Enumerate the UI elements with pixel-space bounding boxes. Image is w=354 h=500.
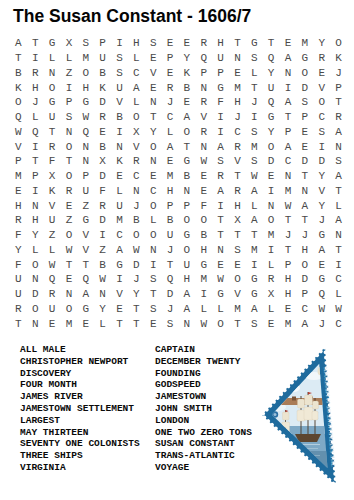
grid-cell[interactable]: N <box>61 287 78 302</box>
grid-cell[interactable]: W <box>280 198 297 213</box>
grid-cell[interactable]: A <box>330 169 347 184</box>
grid-cell[interactable]: Y <box>179 51 196 66</box>
grid-cell[interactable]: T <box>330 184 347 199</box>
grid-cell[interactable]: I <box>111 125 128 140</box>
grid-cell[interactable]: P <box>162 198 179 213</box>
grid-cell[interactable]: N <box>195 80 212 95</box>
grid-cell[interactable]: N <box>179 184 196 199</box>
grid-cell[interactable]: O <box>229 272 246 287</box>
grid-cell[interactable]: Q <box>195 51 212 66</box>
grid-cell[interactable]: S <box>296 95 313 110</box>
grid-cell[interactable]: I <box>212 125 229 140</box>
grid-cell[interactable]: T <box>145 110 162 125</box>
grid-cell[interactable]: S <box>246 125 263 140</box>
grid-cell[interactable]: G <box>195 257 212 272</box>
grid-cell[interactable]: Y <box>94 302 111 317</box>
grid-cell[interactable]: U <box>179 257 196 272</box>
grid-cell[interactable]: A <box>128 80 145 95</box>
grid-cell[interactable]: O <box>44 80 61 95</box>
grid-cell[interactable]: R <box>195 36 212 51</box>
grid-cell[interactable]: R <box>44 139 61 154</box>
grid-cell[interactable]: U <box>77 184 94 199</box>
grid-cell[interactable]: L <box>263 257 280 272</box>
grid-cell[interactable]: O <box>145 228 162 243</box>
grid-cell[interactable]: Y <box>10 243 27 258</box>
grid-cell[interactable]: P <box>296 287 313 302</box>
grid-cell[interactable]: D <box>296 80 313 95</box>
grid-cell[interactable]: O <box>195 213 212 228</box>
grid-cell[interactable]: T <box>212 213 229 228</box>
grid-cell[interactable]: Q <box>77 125 94 140</box>
grid-cell[interactable]: O <box>145 139 162 154</box>
grid-cell[interactable]: G <box>296 51 313 66</box>
grid-cell[interactable]: V <box>77 243 94 258</box>
grid-cell[interactable]: E <box>111 169 128 184</box>
grid-cell[interactable]: W <box>246 169 263 184</box>
grid-cell[interactable]: I <box>111 36 128 51</box>
grid-cell[interactable]: C <box>229 125 246 140</box>
grid-cell[interactable]: B <box>111 110 128 125</box>
grid-cell[interactable]: C <box>111 228 128 243</box>
grid-cell[interactable]: A <box>179 110 196 125</box>
grid-cell[interactable]: O <box>296 66 313 81</box>
grid-cell[interactable]: G <box>263 110 280 125</box>
grid-cell[interactable]: N <box>179 316 196 331</box>
grid-cell[interactable]: E <box>162 66 179 81</box>
grid-cell[interactable]: H <box>27 213 44 228</box>
grid-cell[interactable]: N <box>128 184 145 199</box>
grid-cell[interactable]: Q <box>10 110 27 125</box>
grid-cell[interactable]: U <box>10 272 27 287</box>
grid-cell[interactable]: J <box>229 110 246 125</box>
grid-cell[interactable]: J <box>27 95 44 110</box>
grid-cell[interactable]: U <box>263 80 280 95</box>
grid-cell[interactable]: L <box>212 302 229 317</box>
grid-cell[interactable]: P <box>212 66 229 81</box>
grid-cell[interactable]: A <box>246 184 263 199</box>
grid-cell[interactable]: E <box>313 66 330 81</box>
grid-cell[interactable]: D <box>27 287 44 302</box>
grid-cell[interactable]: D <box>296 154 313 169</box>
grid-cell[interactable]: M <box>229 80 246 95</box>
grid-cell[interactable]: E <box>162 36 179 51</box>
grid-cell[interactable]: Z <box>94 243 111 258</box>
grid-cell[interactable]: Q <box>263 95 280 110</box>
grid-cell[interactable]: T <box>280 213 297 228</box>
grid-cell[interactable]: E <box>111 302 128 317</box>
grid-cell[interactable]: M <box>229 302 246 317</box>
grid-cell[interactable]: H <box>229 95 246 110</box>
grid-cell[interactable]: A <box>313 243 330 258</box>
grid-cell[interactable]: T <box>246 80 263 95</box>
grid-cell[interactable]: G <box>179 228 196 243</box>
grid-cell[interactable]: S <box>61 110 78 125</box>
grid-cell[interactable]: D <box>94 95 111 110</box>
grid-cell[interactable]: J <box>128 272 145 287</box>
grid-cell[interactable]: A <box>111 243 128 258</box>
grid-cell[interactable]: E <box>280 36 297 51</box>
grid-cell[interactable]: I <box>94 228 111 243</box>
grid-cell[interactable]: C <box>162 110 179 125</box>
grid-cell[interactable]: H <box>280 272 297 287</box>
grid-cell[interactable]: W <box>128 243 145 258</box>
grid-cell[interactable]: R <box>94 110 111 125</box>
grid-cell[interactable]: E <box>10 184 27 199</box>
grid-cell[interactable]: I <box>246 257 263 272</box>
grid-cell[interactable]: L <box>145 213 162 228</box>
grid-cell[interactable]: G <box>77 95 94 110</box>
grid-cell[interactable]: O <box>263 139 280 154</box>
grid-cell[interactable]: E <box>229 66 246 81</box>
grid-cell[interactable]: O <box>179 125 196 140</box>
grid-cell[interactable]: U <box>44 302 61 317</box>
grid-cell[interactable]: A <box>246 302 263 317</box>
grid-cell[interactable]: N <box>212 243 229 258</box>
grid-cell[interactable]: M <box>162 169 179 184</box>
grid-cell[interactable]: H <box>162 184 179 199</box>
grid-cell[interactable]: I <box>246 110 263 125</box>
grid-cell[interactable]: J <box>162 243 179 258</box>
grid-cell[interactable]: S <box>111 51 128 66</box>
grid-cell[interactable]: X <box>229 213 246 228</box>
grid-cell[interactable]: A <box>179 302 196 317</box>
grid-cell[interactable]: G <box>246 287 263 302</box>
grid-cell[interactable]: F <box>212 95 229 110</box>
grid-cell[interactable]: L <box>128 95 145 110</box>
grid-cell[interactable]: R <box>44 287 61 302</box>
grid-cell[interactable]: K <box>330 51 347 66</box>
grid-cell[interactable]: W <box>195 316 212 331</box>
grid-cell[interactable]: X <box>61 36 78 51</box>
grid-cell[interactable]: W <box>195 154 212 169</box>
grid-cell[interactable]: A <box>296 198 313 213</box>
grid-cell[interactable]: I <box>61 80 78 95</box>
grid-cell[interactable]: V <box>111 287 128 302</box>
grid-cell[interactable]: E <box>195 184 212 199</box>
grid-cell[interactable]: B <box>94 66 111 81</box>
grid-cell[interactable]: U <box>111 198 128 213</box>
grid-cell[interactable]: M <box>246 139 263 154</box>
grid-cell[interactable]: H <box>128 36 145 51</box>
grid-cell[interactable]: M <box>296 36 313 51</box>
grid-cell[interactable]: T <box>229 316 246 331</box>
grid-cell[interactable]: B <box>179 169 196 184</box>
grid-cell[interactable]: R <box>195 125 212 140</box>
grid-cell[interactable]: Y <box>128 287 145 302</box>
grid-cell[interactable]: H <box>229 198 246 213</box>
grid-cell[interactable]: D <box>296 272 313 287</box>
grid-cell[interactable]: M <box>195 272 212 287</box>
grid-cell[interactable]: T <box>229 228 246 243</box>
grid-cell[interactable]: E <box>162 154 179 169</box>
grid-cell[interactable]: J <box>162 95 179 110</box>
grid-cell[interactable]: E <box>77 316 94 331</box>
grid-cell[interactable]: P <box>162 51 179 66</box>
grid-cell[interactable]: A <box>330 213 347 228</box>
grid-cell[interactable]: D <box>313 154 330 169</box>
grid-cell[interactable]: T <box>10 51 27 66</box>
grid-cell[interactable]: G <box>179 154 196 169</box>
grid-cell[interactable]: G <box>246 36 263 51</box>
grid-cell[interactable]: Q <box>77 272 94 287</box>
grid-cell[interactable]: N <box>77 139 94 154</box>
grid-cell[interactable]: Q <box>27 125 44 140</box>
grid-cell[interactable]: T <box>212 228 229 243</box>
grid-cell[interactable]: L <box>246 66 263 81</box>
grid-cell[interactable]: T <box>229 36 246 51</box>
grid-cell[interactable]: L <box>330 287 347 302</box>
grid-cell[interactable]: I <box>313 139 330 154</box>
grid-cell[interactable]: L <box>27 110 44 125</box>
grid-cell[interactable]: N <box>44 66 61 81</box>
grid-cell[interactable]: G <box>111 257 128 272</box>
grid-cell[interactable]: I <box>330 257 347 272</box>
grid-cell[interactable]: B <box>94 139 111 154</box>
grid-cell[interactable]: L <box>94 316 111 331</box>
grid-cell[interactable]: L <box>61 51 78 66</box>
grid-cell[interactable]: A <box>212 139 229 154</box>
grid-cell[interactable]: P <box>61 95 78 110</box>
grid-cell[interactable]: W <box>313 302 330 317</box>
grid-cell[interactable]: I <box>280 80 297 95</box>
grid-cell[interactable]: V <box>229 154 246 169</box>
grid-cell[interactable]: M <box>77 51 94 66</box>
grid-cell[interactable]: N <box>111 139 128 154</box>
grid-cell[interactable]: U <box>44 213 61 228</box>
grid-cell[interactable]: O <box>263 213 280 228</box>
grid-cell[interactable]: V <box>313 80 330 95</box>
grid-cell[interactable]: N <box>27 272 44 287</box>
grid-cell[interactable]: T <box>179 139 196 154</box>
grid-cell[interactable]: R <box>195 95 212 110</box>
grid-cell[interactable]: A <box>296 316 313 331</box>
grid-cell[interactable]: E <box>229 257 246 272</box>
grid-cell[interactable]: T <box>296 169 313 184</box>
grid-cell[interactable]: B <box>128 213 145 228</box>
grid-cell[interactable]: S <box>145 36 162 51</box>
grid-cell[interactable]: C <box>280 154 297 169</box>
grid-cell[interactable]: Y <box>263 125 280 140</box>
grid-cell[interactable]: S <box>145 302 162 317</box>
grid-cell[interactable]: S <box>77 36 94 51</box>
grid-cell[interactable]: Z <box>44 228 61 243</box>
grid-cell[interactable]: S <box>246 154 263 169</box>
grid-cell[interactable]: Z <box>61 66 78 81</box>
grid-cell[interactable]: N <box>296 184 313 199</box>
grid-cell[interactable]: M <box>10 169 27 184</box>
grid-cell[interactable]: J <box>296 228 313 243</box>
grid-cell[interactable]: M <box>263 228 280 243</box>
grid-cell[interactable]: M <box>280 184 297 199</box>
grid-cell[interactable]: Z <box>61 213 78 228</box>
grid-cell[interactable]: A <box>212 184 229 199</box>
grid-cell[interactable]: V <box>145 66 162 81</box>
grid-cell[interactable]: V <box>77 228 94 243</box>
grid-cell[interactable]: P <box>330 80 347 95</box>
grid-cell[interactable]: D <box>162 287 179 302</box>
grid-cell[interactable]: F <box>10 257 27 272</box>
grid-cell[interactable]: G <box>77 213 94 228</box>
grid-cell[interactable]: N <box>94 287 111 302</box>
grid-cell[interactable]: L <box>330 198 347 213</box>
grid-cell[interactable]: Y <box>145 125 162 140</box>
grid-cell[interactable]: V <box>313 184 330 199</box>
grid-cell[interactable]: O <box>10 95 27 110</box>
grid-cell[interactable]: C <box>128 66 145 81</box>
grid-cell[interactable]: Q <box>263 51 280 66</box>
grid-cell[interactable]: O <box>212 316 229 331</box>
grid-cell[interactable]: G <box>77 302 94 317</box>
grid-cell[interactable]: E <box>263 316 280 331</box>
grid-cell[interactable]: A <box>280 139 297 154</box>
grid-cell[interactable]: Y <box>313 36 330 51</box>
grid-cell[interactable]: N <box>145 243 162 258</box>
grid-cell[interactable]: R <box>94 198 111 213</box>
grid-cell[interactable]: N <box>280 66 297 81</box>
grid-cell[interactable]: R <box>212 169 229 184</box>
grid-cell[interactable]: D <box>128 257 145 272</box>
grid-cell[interactable]: Q <box>313 287 330 302</box>
grid-cell[interactable]: O <box>145 198 162 213</box>
grid-cell[interactable]: P <box>179 198 196 213</box>
grid-cell[interactable]: H <box>280 287 297 302</box>
grid-cell[interactable]: X <box>94 154 111 169</box>
grid-cell[interactable]: D <box>263 154 280 169</box>
grid-cell[interactable]: S <box>145 272 162 287</box>
grid-cell[interactable]: O <box>61 302 78 317</box>
grid-cell[interactable]: O <box>61 169 78 184</box>
grid-cell[interactable]: T <box>111 316 128 331</box>
grid-cell[interactable]: S <box>111 66 128 81</box>
grid-cell[interactable]: P <box>280 125 297 140</box>
grid-cell[interactable]: O <box>27 302 44 317</box>
grid-cell[interactable]: P <box>10 154 27 169</box>
grid-cell[interactable]: H <box>195 243 212 258</box>
grid-cell[interactable]: V <box>111 95 128 110</box>
grid-cell[interactable]: X <box>44 169 61 184</box>
grid-cell[interactable]: H <box>10 198 27 213</box>
grid-cell[interactable]: A <box>246 213 263 228</box>
grid-cell[interactable]: T <box>61 257 78 272</box>
grid-cell[interactable]: N <box>280 169 297 184</box>
grid-cell[interactable]: E <box>212 257 229 272</box>
grid-cell[interactable]: I <box>145 257 162 272</box>
grid-cell[interactable]: U <box>44 110 61 125</box>
grid-cell[interactable]: E <box>195 169 212 184</box>
grid-cell[interactable]: S <box>212 154 229 169</box>
grid-cell[interactable]: A <box>10 36 27 51</box>
grid-cell[interactable]: R <box>162 80 179 95</box>
grid-cell[interactable]: W <box>44 257 61 272</box>
grid-cell[interactable]: N <box>27 316 44 331</box>
grid-cell[interactable]: J <box>313 316 330 331</box>
grid-cell[interactable]: H <box>212 36 229 51</box>
grid-cell[interactable]: P <box>94 36 111 51</box>
grid-cell[interactable]: R <box>10 302 27 317</box>
grid-cell[interactable]: J <box>128 198 145 213</box>
grid-cell[interactable]: Q <box>44 272 61 287</box>
grid-cell[interactable]: G <box>212 80 229 95</box>
grid-cell[interactable]: W <box>61 243 78 258</box>
grid-cell[interactable]: R <box>61 184 78 199</box>
grid-cell[interactable]: T <box>162 257 179 272</box>
grid-cell[interactable]: H <box>296 243 313 258</box>
grid-cell[interactable]: V <box>44 198 61 213</box>
grid-cell[interactable]: T <box>330 95 347 110</box>
grid-cell[interactable]: G <box>44 95 61 110</box>
grid-cell[interactable]: A <box>77 287 94 302</box>
grid-cell[interactable]: I <box>27 51 44 66</box>
grid-cell[interactable]: B <box>179 80 196 95</box>
grid-cell[interactable]: W <box>10 125 27 140</box>
grid-cell[interactable]: R <box>313 51 330 66</box>
grid-cell[interactable]: V <box>229 287 246 302</box>
grid-cell[interactable]: F <box>10 228 27 243</box>
grid-cell[interactable]: K <box>94 80 111 95</box>
grid-cell[interactable]: L <box>162 125 179 140</box>
grid-cell[interactable]: E <box>145 169 162 184</box>
grid-cell[interactable]: T <box>330 243 347 258</box>
grid-cell[interactable]: I <box>27 184 44 199</box>
grid-cell[interactable]: R <box>330 110 347 125</box>
grid-cell[interactable]: K <box>10 80 27 95</box>
grid-cell[interactable]: T <box>280 110 297 125</box>
grid-cell[interactable]: R <box>229 139 246 154</box>
grid-cell[interactable]: T <box>128 316 145 331</box>
grid-cell[interactable]: C <box>296 302 313 317</box>
grid-cell[interactable]: A <box>179 287 196 302</box>
grid-cell[interactable]: T <box>27 36 44 51</box>
grid-cell[interactable]: C <box>330 272 347 287</box>
grid-cell[interactable]: N <box>229 51 246 66</box>
grid-cell[interactable]: O <box>77 66 94 81</box>
grid-cell[interactable]: E <box>296 125 313 140</box>
grid-cell[interactable]: A <box>280 95 297 110</box>
grid-cell[interactable]: Q <box>162 272 179 287</box>
grid-cell[interactable]: L <box>44 51 61 66</box>
grid-cell[interactable]: M <box>280 316 297 331</box>
grid-cell[interactable]: F <box>44 154 61 169</box>
grid-cell[interactable]: L <box>44 243 61 258</box>
grid-cell[interactable]: G <box>246 272 263 287</box>
grid-cell[interactable]: E <box>145 316 162 331</box>
grid-cell[interactable]: H <box>179 272 196 287</box>
grid-cell[interactable]: J <box>280 228 297 243</box>
grid-cell[interactable]: Y <box>27 228 44 243</box>
grid-cell[interactable]: N <box>77 154 94 169</box>
grid-cell[interactable]: E <box>179 36 196 51</box>
grid-cell[interactable]: N <box>330 139 347 154</box>
grid-cell[interactable]: A <box>162 139 179 154</box>
grid-cell[interactable]: B <box>195 228 212 243</box>
grid-cell[interactable]: S <box>330 154 347 169</box>
grid-cell[interactable]: T <box>296 213 313 228</box>
grid-cell[interactable]: E <box>44 316 61 331</box>
grid-cell[interactable]: R <box>229 184 246 199</box>
grid-cell[interactable]: E <box>61 198 78 213</box>
grid-cell[interactable]: J <box>246 95 263 110</box>
grid-cell[interactable]: B <box>10 66 27 81</box>
grid-cell[interactable]: O <box>128 228 145 243</box>
grid-cell[interactable]: I <box>195 287 212 302</box>
grid-cell[interactable]: E <box>94 125 111 140</box>
grid-cell[interactable]: P <box>280 257 297 272</box>
grid-cell[interactable]: K <box>179 66 196 81</box>
grid-cell[interactable]: N <box>263 198 280 213</box>
grid-cell[interactable]: T <box>61 154 78 169</box>
grid-cell[interactable]: T <box>280 243 297 258</box>
grid-cell[interactable]: X <box>263 287 280 302</box>
